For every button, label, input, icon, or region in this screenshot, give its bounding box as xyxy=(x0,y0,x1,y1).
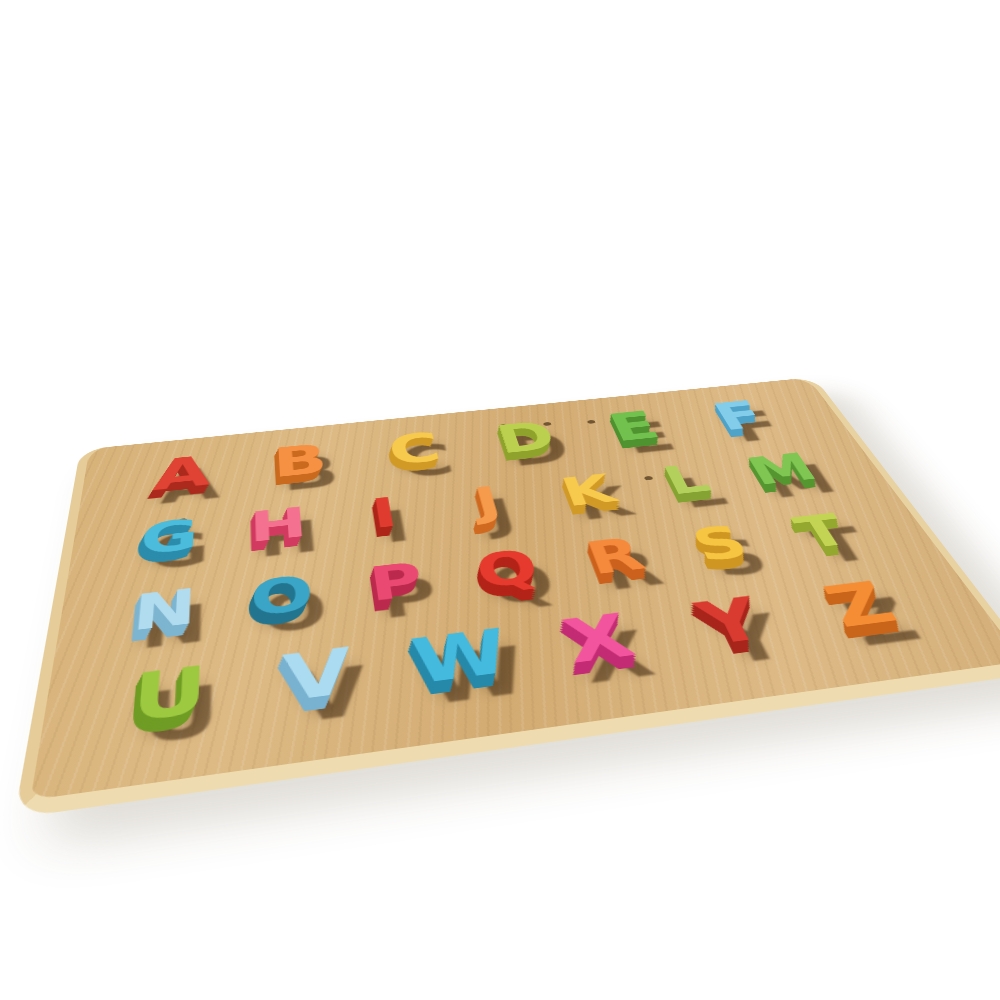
letter-piece-u[interactable]: U xyxy=(129,658,208,732)
letter-piece-b[interactable]: B xyxy=(272,438,330,483)
letter-piece-v[interactable]: V xyxy=(282,640,356,711)
product-photo-canvas: AABBCCDDEEFFGGHHIIJJKKLLMMNNOOPPQQRRSSTT… xyxy=(0,0,1000,1000)
letter-piece-d[interactable]: D xyxy=(492,416,561,459)
letter-piece-j[interactable]: J xyxy=(470,481,506,523)
letter-piece-r[interactable]: R xyxy=(580,531,651,581)
letter-piece-l[interactable]: L xyxy=(657,459,716,501)
letter-piece-f[interactable]: F xyxy=(707,396,773,436)
letter-piece-k[interactable]: K xyxy=(556,469,621,513)
puzzle-board: AABBCCDDEEFFGGHHIIJJKKLLMMNNOOPPQQRRSSTT… xyxy=(14,377,1000,818)
letter-piece-m[interactable]: M xyxy=(740,448,824,491)
puzzle-slot-u: UU xyxy=(92,649,251,763)
letter-piece-w[interactable]: W xyxy=(407,621,515,693)
letter-piece-y[interactable]: Y xyxy=(689,590,775,654)
letter-piece-h[interactable]: H xyxy=(249,501,309,549)
letter-piece-c[interactable]: C xyxy=(385,427,444,471)
letter-piece-g[interactable]: G xyxy=(138,513,199,562)
letter-piece-s[interactable]: S xyxy=(685,520,756,569)
letter-piece-p[interactable]: P xyxy=(366,556,427,609)
letter-piece-a[interactable]: A xyxy=(152,450,211,497)
puzzle-slot-v: VV xyxy=(249,631,403,741)
puzzle-slot-w: WW xyxy=(389,614,550,720)
letter-piece-n[interactable]: N xyxy=(130,582,197,639)
letter-piece-e[interactable]: E xyxy=(603,406,666,447)
puzzle-board-rows: AABBCCDDEEFFGGHHIIJJKKLLMMNNOOPPQQRRSSTT… xyxy=(30,378,1000,800)
letter-piece-q[interactable]: Q xyxy=(471,543,544,595)
letter-piece-o[interactable]: O xyxy=(250,568,316,623)
letter-piece-x[interactable]: X xyxy=(557,606,642,672)
letter-piece-i[interactable]: I xyxy=(369,492,401,535)
